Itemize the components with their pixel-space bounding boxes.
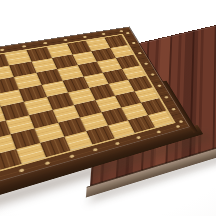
brass-stud-icon xyxy=(63,39,67,41)
brass-stud-icon xyxy=(0,49,4,51)
brass-stud-icon xyxy=(144,62,148,64)
brass-stud-icon xyxy=(43,42,47,44)
brass-stud-icon xyxy=(157,84,161,86)
brass-stud-icon xyxy=(138,52,142,54)
brass-stud-icon xyxy=(176,125,180,128)
brass-stud-icon xyxy=(119,30,123,32)
brass-stud-icon xyxy=(22,45,26,47)
brass-stud-icon xyxy=(132,42,136,44)
brass-stud-icon xyxy=(93,148,98,151)
brass-stud-icon xyxy=(179,120,183,123)
brass-stud-icon xyxy=(69,154,74,157)
brass-stud-icon xyxy=(126,32,130,34)
product-photo-stage xyxy=(0,0,216,216)
brass-stud-icon xyxy=(150,73,154,75)
brass-stud-icon xyxy=(101,33,105,35)
brass-stud-icon xyxy=(164,96,168,99)
brass-stud-icon xyxy=(136,136,140,139)
brass-stud-icon xyxy=(156,130,160,133)
brass-stud-icon xyxy=(83,36,87,38)
brass-stud-icon xyxy=(115,142,120,145)
brass-stud-icon xyxy=(45,161,50,165)
brass-stud-icon xyxy=(171,108,175,111)
brass-stud-icon xyxy=(19,168,24,172)
